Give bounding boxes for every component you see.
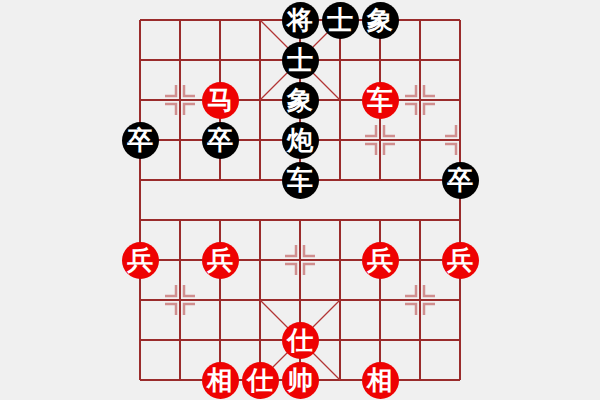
piece-red-soldier[interactable]: 兵 <box>362 242 399 279</box>
piece-black-cannon[interactable]: 炮 <box>282 122 319 159</box>
piece-black-chariot[interactable]: 车 <box>282 162 319 199</box>
piece-black-elephant[interactable]: 象 <box>362 2 399 39</box>
piece-black-soldier[interactable]: 卒 <box>122 122 159 159</box>
piece-red-soldier[interactable]: 兵 <box>202 242 239 279</box>
piece-black-general[interactable]: 将 <box>282 2 319 39</box>
piece-red-elephant[interactable]: 相 <box>202 362 239 399</box>
piece-red-chariot[interactable]: 车 <box>362 82 399 119</box>
piece-black-advisor[interactable]: 士 <box>282 42 319 79</box>
piece-black-soldier[interactable]: 卒 <box>202 122 239 159</box>
piece-red-elephant[interactable]: 相 <box>362 362 399 399</box>
piece-red-advisor[interactable]: 仕 <box>242 362 279 399</box>
piece-red-general[interactable]: 帅 <box>282 362 319 399</box>
piece-black-elephant[interactable]: 象 <box>282 82 319 119</box>
piece-red-soldier[interactable]: 兵 <box>442 242 479 279</box>
xiangqi-diagram: 将士象士马象车卒卒炮车卒兵兵兵兵仕相仕帅相 <box>0 0 600 400</box>
piece-black-advisor[interactable]: 士 <box>322 2 359 39</box>
piece-red-soldier[interactable]: 兵 <box>122 242 159 279</box>
piece-black-soldier[interactable]: 卒 <box>442 162 479 199</box>
xiangqi-board: 将士象士马象车卒卒炮车卒兵兵兵兵仕相仕帅相 <box>120 0 480 400</box>
piece-red-horse[interactable]: 马 <box>202 82 239 119</box>
piece-red-advisor[interactable]: 仕 <box>282 322 319 359</box>
